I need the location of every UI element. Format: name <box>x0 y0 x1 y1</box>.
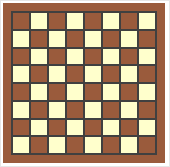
square-h8[interactable] <box>139 13 155 29</box>
square-h3[interactable] <box>139 102 155 118</box>
square-e4[interactable] <box>85 84 101 100</box>
square-b7[interactable] <box>31 31 47 47</box>
square-a2[interactable] <box>13 120 29 136</box>
square-d6[interactable] <box>67 49 83 65</box>
square-b1[interactable] <box>31 137 47 153</box>
square-f2[interactable] <box>103 120 119 136</box>
square-h7[interactable] <box>139 31 155 47</box>
square-g2[interactable] <box>121 120 137 136</box>
square-b4[interactable] <box>31 84 47 100</box>
square-c2[interactable] <box>49 120 65 136</box>
square-c6[interactable] <box>49 49 65 65</box>
square-c3[interactable] <box>49 102 65 118</box>
square-d1[interactable] <box>67 137 83 153</box>
page-background <box>0 0 170 167</box>
square-f6[interactable] <box>103 49 119 65</box>
square-d8[interactable] <box>67 13 83 29</box>
square-e7[interactable] <box>85 31 101 47</box>
square-f7[interactable] <box>103 31 119 47</box>
square-a1[interactable] <box>13 137 29 153</box>
square-h5[interactable] <box>139 66 155 82</box>
square-d7[interactable] <box>67 31 83 47</box>
square-d5[interactable] <box>67 66 83 82</box>
square-h1[interactable] <box>139 137 155 153</box>
square-e2[interactable] <box>85 120 101 136</box>
square-e6[interactable] <box>85 49 101 65</box>
square-g6[interactable] <box>121 49 137 65</box>
square-e5[interactable] <box>85 66 101 82</box>
square-b5[interactable] <box>31 66 47 82</box>
square-f1[interactable] <box>103 137 119 153</box>
square-g1[interactable] <box>121 137 137 153</box>
square-a3[interactable] <box>13 102 29 118</box>
square-b8[interactable] <box>31 13 47 29</box>
square-a4[interactable] <box>13 84 29 100</box>
square-d3[interactable] <box>67 102 83 118</box>
square-b3[interactable] <box>31 102 47 118</box>
square-f4[interactable] <box>103 84 119 100</box>
square-c7[interactable] <box>49 31 65 47</box>
square-e3[interactable] <box>85 102 101 118</box>
chessboard <box>11 11 157 155</box>
square-e1[interactable] <box>85 137 101 153</box>
square-d4[interactable] <box>67 84 83 100</box>
square-h4[interactable] <box>139 84 155 100</box>
square-b2[interactable] <box>31 120 47 136</box>
square-d2[interactable] <box>67 120 83 136</box>
square-c5[interactable] <box>49 66 65 82</box>
square-h2[interactable] <box>139 120 155 136</box>
square-f8[interactable] <box>103 13 119 29</box>
chessboard-frame <box>3 3 165 163</box>
square-a8[interactable] <box>13 13 29 29</box>
square-h6[interactable] <box>139 49 155 65</box>
square-a7[interactable] <box>13 31 29 47</box>
square-g7[interactable] <box>121 31 137 47</box>
square-g8[interactable] <box>121 13 137 29</box>
square-a5[interactable] <box>13 66 29 82</box>
square-g5[interactable] <box>121 66 137 82</box>
square-b6[interactable] <box>31 49 47 65</box>
square-c8[interactable] <box>49 13 65 29</box>
square-f3[interactable] <box>103 102 119 118</box>
square-g4[interactable] <box>121 84 137 100</box>
square-c4[interactable] <box>49 84 65 100</box>
square-f5[interactable] <box>103 66 119 82</box>
square-c1[interactable] <box>49 137 65 153</box>
square-e8[interactable] <box>85 13 101 29</box>
square-g3[interactable] <box>121 102 137 118</box>
square-a6[interactable] <box>13 49 29 65</box>
